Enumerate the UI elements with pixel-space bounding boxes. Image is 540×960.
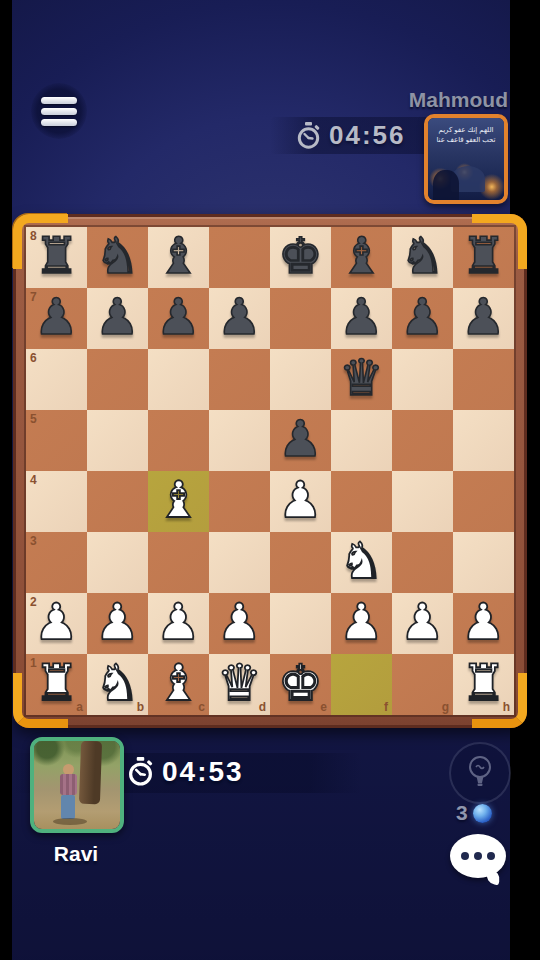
square-d4[interactable]: [209, 471, 270, 532]
stopwatch-icon: [128, 757, 153, 787]
piece-black-pawn[interactable]: ♟: [148, 288, 209, 349]
piece-white-rook[interactable]: ♜: [26, 654, 87, 715]
square-g8[interactable]: ♞: [392, 227, 453, 288]
square-b7[interactable]: ♟: [87, 288, 148, 349]
square-d6[interactable]: [209, 349, 270, 410]
square-g2[interactable]: ♟: [392, 593, 453, 654]
square-g7[interactable]: ♟: [392, 288, 453, 349]
piece-black-pawn[interactable]: ♟: [209, 288, 270, 349]
square-a4[interactable]: 4: [26, 471, 87, 532]
square-h7[interactable]: ♟: [453, 288, 514, 349]
square-c6[interactable]: [148, 349, 209, 410]
square-g1[interactable]: g: [392, 654, 453, 715]
piece-white-knight[interactable]: ♞: [331, 532, 392, 593]
piece-white-pawn[interactable]: ♟: [87, 593, 148, 654]
piece-white-pawn[interactable]: ♟: [453, 593, 514, 654]
avatar-caption-line2: تحب العفو فاعف عنا: [428, 135, 504, 145]
bottom-player-name: Ravi: [30, 842, 122, 866]
square-b6[interactable]: [87, 349, 148, 410]
square-b1[interactable]: b♞: [87, 654, 148, 715]
file-label: g: [442, 700, 449, 714]
top-player-name: Mahmoud: [409, 88, 508, 112]
square-f5[interactable]: [331, 410, 392, 471]
square-h1[interactable]: h♜: [453, 654, 514, 715]
piece-white-rook[interactable]: ♜: [453, 654, 514, 715]
hint-count-row: 3: [456, 801, 492, 825]
menu-button[interactable]: [31, 83, 87, 139]
square-f3[interactable]: ♞: [331, 532, 392, 593]
piece-white-pawn[interactable]: ♟: [209, 593, 270, 654]
rank-label: 4: [30, 473, 37, 487]
piece-white-queen[interactable]: ♛: [209, 654, 270, 715]
piece-black-knight[interactable]: ♞: [392, 227, 453, 288]
square-h2[interactable]: ♟: [453, 593, 514, 654]
piece-black-knight[interactable]: ♞: [87, 227, 148, 288]
piece-black-bishop[interactable]: ♝: [331, 227, 392, 288]
square-b5[interactable]: [87, 410, 148, 471]
square-c8[interactable]: ♝: [148, 227, 209, 288]
square-f1[interactable]: f: [331, 654, 392, 715]
square-e2[interactable]: [270, 593, 331, 654]
square-d7[interactable]: ♟: [209, 288, 270, 349]
square-g6[interactable]: [392, 349, 453, 410]
piece-black-pawn[interactable]: ♟: [87, 288, 148, 349]
chat-bubble-icon: [450, 834, 506, 878]
stopwatch-icon: [297, 122, 320, 150]
rank-label: 5: [30, 412, 37, 426]
top-timer-value: 04:56: [329, 120, 406, 151]
piece-black-pawn[interactable]: ♟: [453, 288, 514, 349]
square-a2[interactable]: 2♟: [26, 593, 87, 654]
square-f2[interactable]: ♟: [331, 593, 392, 654]
square-g5[interactable]: [392, 410, 453, 471]
square-d2[interactable]: ♟: [209, 593, 270, 654]
square-g4[interactable]: [392, 471, 453, 532]
square-c1[interactable]: c♝: [148, 654, 209, 715]
tree-foliage-decoration: [34, 741, 120, 829]
gem-orb-icon: [473, 804, 492, 823]
screen: 04:56 Mahmoud اللهم إنك عفو كريم تحب الع…: [0, 0, 540, 960]
square-h4[interactable]: [453, 471, 514, 532]
piece-white-bishop[interactable]: ♝: [148, 654, 209, 715]
square-a7[interactable]: 7♟: [26, 288, 87, 349]
square-e5[interactable]: ♟: [270, 410, 331, 471]
square-b8[interactable]: ♞: [87, 227, 148, 288]
bottom-player-avatar[interactable]: [30, 737, 124, 833]
piece-white-knight[interactable]: ♞: [87, 654, 148, 715]
square-f8[interactable]: ♝: [331, 227, 392, 288]
square-c4[interactable]: ♝: [148, 471, 209, 532]
square-e6[interactable]: [270, 349, 331, 410]
piece-black-pawn[interactable]: ♟: [26, 288, 87, 349]
square-b3[interactable]: [87, 532, 148, 593]
square-e3[interactable]: [270, 532, 331, 593]
square-b2[interactable]: ♟: [87, 593, 148, 654]
hamburger-icon: [41, 97, 77, 104]
piece-black-pawn[interactable]: ♟: [392, 288, 453, 349]
chess-board-frame: 8♜♞♝♚♝♞♜7♟♟♟♟♟♟♟6♛5♟4♝♟3♞2♟♟♟♟♟♟♟1a♜b♞c♝…: [13, 214, 527, 728]
piece-black-king[interactable]: ♚: [270, 227, 331, 288]
square-f4[interactable]: [331, 471, 392, 532]
square-d8[interactable]: [209, 227, 270, 288]
piece-black-rook[interactable]: ♜: [453, 227, 514, 288]
square-a3[interactable]: 3: [26, 532, 87, 593]
square-a6[interactable]: 6: [26, 349, 87, 410]
square-f6[interactable]: ♛: [331, 349, 392, 410]
square-d3[interactable]: [209, 532, 270, 593]
square-d1[interactable]: d♛: [209, 654, 270, 715]
file-label: f: [384, 700, 388, 714]
square-g3[interactable]: [392, 532, 453, 593]
square-a8[interactable]: 8♜: [26, 227, 87, 288]
rank-label: 3: [30, 534, 37, 548]
square-f7[interactable]: ♟: [331, 288, 392, 349]
chat-button[interactable]: [448, 832, 508, 888]
rank-label: 6: [30, 351, 37, 365]
piece-black-rook[interactable]: ♜: [26, 227, 87, 288]
square-c7[interactable]: ♟: [148, 288, 209, 349]
square-c5[interactable]: [148, 410, 209, 471]
square-a1[interactable]: 1a♜: [26, 654, 87, 715]
piece-white-pawn[interactable]: ♟: [26, 593, 87, 654]
hint-count: 3: [456, 801, 468, 825]
square-h3[interactable]: [453, 532, 514, 593]
piece-white-bishop[interactable]: ♝: [148, 471, 209, 532]
square-h6[interactable]: [453, 349, 514, 410]
square-e4[interactable]: ♟: [270, 471, 331, 532]
board-grid: 8♜♞♝♚♝♞♜7♟♟♟♟♟♟♟6♛5♟4♝♟3♞2♟♟♟♟♟♟♟1a♜b♞c♝…: [26, 227, 514, 715]
square-h5[interactable]: [453, 410, 514, 471]
square-c3[interactable]: [148, 532, 209, 593]
bottom-timer-value: 04:53: [162, 756, 244, 788]
tree-trunk-decoration: [79, 741, 102, 805]
piece-white-pawn[interactable]: ♟: [270, 471, 331, 532]
piece-black-bishop[interactable]: ♝: [148, 227, 209, 288]
square-c2[interactable]: ♟: [148, 593, 209, 654]
square-d5[interactable]: [209, 410, 270, 471]
square-h8[interactable]: ♜: [453, 227, 514, 288]
piece-white-king[interactable]: ♚: [270, 654, 331, 715]
avatar-caption-line1: اللهم إنك عفو كريم: [428, 125, 504, 135]
square-e8[interactable]: ♚: [270, 227, 331, 288]
piece-black-pawn[interactable]: ♟: [270, 410, 331, 471]
top-player-avatar[interactable]: اللهم إنك عفو كريم تحب العفو فاعف عنا: [424, 114, 508, 204]
piece-white-pawn[interactable]: ♟: [331, 593, 392, 654]
square-a5[interactable]: 5: [26, 410, 87, 471]
piece-black-queen[interactable]: ♛: [331, 349, 392, 410]
top-player-timer: 04:56: [297, 120, 406, 151]
square-b4[interactable]: [87, 471, 148, 532]
bottom-player-timer: 04:53: [128, 756, 244, 788]
piece-black-pawn[interactable]: ♟: [331, 288, 392, 349]
figure-silhouette: [433, 170, 459, 200]
hint-button[interactable]: [449, 742, 511, 804]
square-e1[interactable]: e♚: [270, 654, 331, 715]
square-e7[interactable]: [270, 288, 331, 349]
piece-white-pawn[interactable]: ♟: [392, 593, 453, 654]
piece-white-pawn[interactable]: ♟: [148, 593, 209, 654]
lightbulb-icon: [465, 754, 495, 792]
